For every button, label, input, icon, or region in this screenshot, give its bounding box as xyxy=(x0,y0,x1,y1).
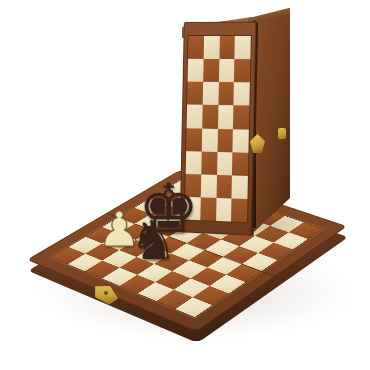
square xyxy=(201,174,217,198)
square xyxy=(188,36,204,59)
square xyxy=(187,59,203,82)
square xyxy=(217,152,233,176)
square xyxy=(234,59,250,82)
square xyxy=(235,36,251,59)
black-knight: ♞ xyxy=(126,214,180,268)
square xyxy=(217,105,233,128)
square xyxy=(234,82,250,105)
square xyxy=(187,82,203,105)
square xyxy=(203,36,219,59)
square xyxy=(201,128,217,151)
square xyxy=(233,129,249,153)
square xyxy=(232,152,248,176)
square xyxy=(233,106,249,130)
product-photo-scene: ♟♚♞ xyxy=(0,0,370,370)
square xyxy=(202,82,218,105)
square xyxy=(202,105,218,128)
square xyxy=(216,198,232,222)
square xyxy=(186,128,202,151)
brass-clasp-catch-icon xyxy=(278,128,286,139)
square xyxy=(203,59,219,82)
square xyxy=(201,151,217,175)
square xyxy=(218,82,234,105)
square xyxy=(231,198,247,222)
square xyxy=(232,175,248,199)
square xyxy=(216,175,232,199)
square xyxy=(187,105,203,128)
square xyxy=(219,36,235,59)
square xyxy=(218,59,234,82)
brass-latch-pin-icon xyxy=(104,291,108,295)
square xyxy=(217,128,233,152)
